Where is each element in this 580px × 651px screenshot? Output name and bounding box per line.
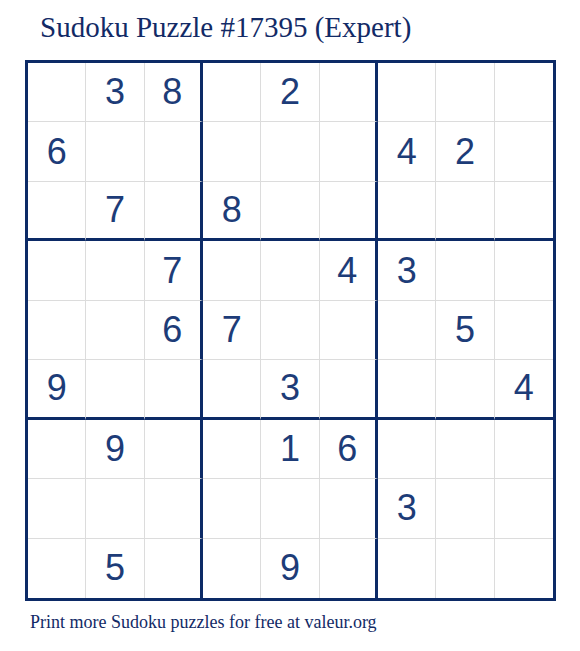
cell-r9c1 (28, 539, 86, 598)
cell-r7c4 (203, 420, 261, 479)
cell-r6c3 (145, 360, 203, 419)
cell-r8c3 (145, 479, 203, 538)
cell-r3c2: 7 (86, 182, 144, 241)
cell-r4c8 (436, 241, 494, 300)
cell-r2c7: 4 (378, 122, 436, 181)
cell-r5c7 (378, 301, 436, 360)
cell-r3c8 (436, 182, 494, 241)
cell-r7c2: 9 (86, 420, 144, 479)
cell-r2c1: 6 (28, 122, 86, 181)
cell-r1c6 (320, 63, 378, 122)
cell-r2c9 (495, 122, 553, 181)
cell-r6c8 (436, 360, 494, 419)
cell-r9c6 (320, 539, 378, 598)
cell-r5c3: 6 (145, 301, 203, 360)
cell-r1c4 (203, 63, 261, 122)
cell-r4c6: 4 (320, 241, 378, 300)
cell-r4c1 (28, 241, 86, 300)
cell-r6c4 (203, 360, 261, 419)
cell-r8c1 (28, 479, 86, 538)
sudoku-board: 38264278743675934916359 (25, 60, 556, 601)
cell-r9c4 (203, 539, 261, 598)
cell-r8c4 (203, 479, 261, 538)
cell-r9c3 (145, 539, 203, 598)
cell-r7c6: 6 (320, 420, 378, 479)
cell-r2c8: 2 (436, 122, 494, 181)
cell-r4c7: 3 (378, 241, 436, 300)
cell-r7c3 (145, 420, 203, 479)
cell-r3c5 (261, 182, 319, 241)
cell-r2c5 (261, 122, 319, 181)
cell-r1c7 (378, 63, 436, 122)
cell-r9c9 (495, 539, 553, 598)
cell-r3c6 (320, 182, 378, 241)
cell-r7c9 (495, 420, 553, 479)
cell-r6c6 (320, 360, 378, 419)
page-title: Sudoku Puzzle #17395 (Expert) (40, 10, 411, 45)
cell-r6c2 (86, 360, 144, 419)
cell-r5c2 (86, 301, 144, 360)
cell-r4c3: 7 (145, 241, 203, 300)
cell-r5c1 (28, 301, 86, 360)
cell-r8c2 (86, 479, 144, 538)
cell-r8c8 (436, 479, 494, 538)
cell-r9c7 (378, 539, 436, 598)
cell-r6c5: 3 (261, 360, 319, 419)
cell-r1c3: 8 (145, 63, 203, 122)
cell-r2c3 (145, 122, 203, 181)
cell-r8c9 (495, 479, 553, 538)
cell-r5c6 (320, 301, 378, 360)
cell-r3c1 (28, 182, 86, 241)
cell-r6c1: 9 (28, 360, 86, 419)
cell-r5c8: 5 (436, 301, 494, 360)
cell-r4c9 (495, 241, 553, 300)
cell-r1c8 (436, 63, 494, 122)
cell-r6c9: 4 (495, 360, 553, 419)
cell-r2c4 (203, 122, 261, 181)
cell-r5c5 (261, 301, 319, 360)
cell-r2c2 (86, 122, 144, 181)
cell-r1c5: 2 (261, 63, 319, 122)
cell-r9c2: 5 (86, 539, 144, 598)
cell-r7c5: 1 (261, 420, 319, 479)
cell-r3c7 (378, 182, 436, 241)
cell-r3c3 (145, 182, 203, 241)
cell-r4c2 (86, 241, 144, 300)
cell-r8c6 (320, 479, 378, 538)
cell-r1c9 (495, 63, 553, 122)
cell-r1c2: 3 (86, 63, 144, 122)
cell-r8c7: 3 (378, 479, 436, 538)
cell-r7c7 (378, 420, 436, 479)
cell-r5c4: 7 (203, 301, 261, 360)
cell-r9c8 (436, 539, 494, 598)
cell-r5c9 (495, 301, 553, 360)
cell-r4c5 (261, 241, 319, 300)
cell-r8c5 (261, 479, 319, 538)
cell-r3c9 (495, 182, 553, 241)
cell-r3c4: 8 (203, 182, 261, 241)
sudoku-page: Sudoku Puzzle #17395 (Expert) 3826427874… (0, 0, 580, 651)
cell-r1c1 (28, 63, 86, 122)
cell-r4c4 (203, 241, 261, 300)
cell-r7c1 (28, 420, 86, 479)
cell-r6c7 (378, 360, 436, 419)
cell-r9c5: 9 (261, 539, 319, 598)
cell-r2c6 (320, 122, 378, 181)
cell-r7c8 (436, 420, 494, 479)
footer-text: Print more Sudoku puzzles for free at va… (30, 612, 377, 633)
